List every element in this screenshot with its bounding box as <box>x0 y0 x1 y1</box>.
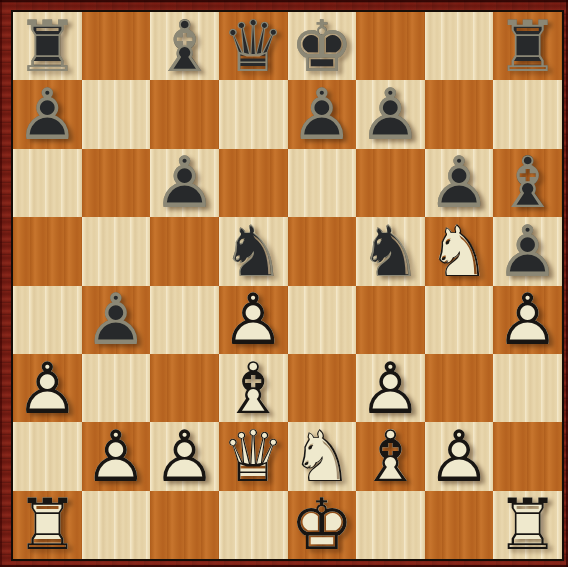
square-f6[interactable] <box>356 149 425 217</box>
piece-white-bishop[interactable]: ♝♗ <box>219 354 288 422</box>
square-a3[interactable]: ♟♙ <box>13 354 82 422</box>
square-a1[interactable]: ♜♖ <box>13 491 82 559</box>
piece-white-knight[interactable]: ♞♘ <box>425 217 494 285</box>
piece-glyph-outline: ♙ <box>150 149 219 217</box>
piece-black-rook[interactable]: ♜♖ <box>13 12 82 80</box>
piece-white-pawn[interactable]: ♟♙ <box>356 354 425 422</box>
square-e6[interactable] <box>288 149 357 217</box>
square-c8[interactable]: ♝♗ <box>150 12 219 80</box>
piece-glyph-outline: ♙ <box>356 80 425 148</box>
square-a5[interactable] <box>13 217 82 285</box>
piece-black-pawn[interactable]: ♟♙ <box>13 80 82 148</box>
square-h3[interactable] <box>493 354 562 422</box>
square-b1[interactable] <box>82 491 151 559</box>
piece-glyph-outline: ♙ <box>288 80 357 148</box>
square-a7[interactable]: ♟♙ <box>13 80 82 148</box>
square-g5[interactable]: ♞♘ <box>425 217 494 285</box>
piece-glyph-outline: ♖ <box>13 12 82 80</box>
piece-glyph-outline: ♙ <box>219 286 288 354</box>
piece-glyph-outline: ♙ <box>82 422 151 490</box>
square-c7[interactable] <box>150 80 219 148</box>
square-h8[interactable]: ♜♖ <box>493 12 562 80</box>
piece-black-pawn[interactable]: ♟♙ <box>356 80 425 148</box>
square-e5[interactable] <box>288 217 357 285</box>
piece-glyph-outline: ♖ <box>493 491 562 559</box>
piece-glyph-outline: ♖ <box>493 12 562 80</box>
square-f7[interactable]: ♟♙ <box>356 80 425 148</box>
square-d3[interactable]: ♝♗ <box>219 354 288 422</box>
square-f4[interactable] <box>356 286 425 354</box>
square-f2[interactable]: ♝♗ <box>356 422 425 490</box>
piece-glyph-outline: ♔ <box>288 491 357 559</box>
piece-black-pawn[interactable]: ♟♙ <box>425 149 494 217</box>
square-h2[interactable] <box>493 422 562 490</box>
square-a2[interactable] <box>13 422 82 490</box>
piece-black-rook[interactable]: ♜♖ <box>493 12 562 80</box>
square-d4[interactable]: ♟♙ <box>219 286 288 354</box>
piece-glyph-outline: ♙ <box>150 422 219 490</box>
square-a4[interactable] <box>13 286 82 354</box>
square-e2[interactable]: ♞♘ <box>288 422 357 490</box>
piece-glyph-outline: ♙ <box>493 286 562 354</box>
square-b7[interactable] <box>82 80 151 148</box>
piece-glyph-outline: ♙ <box>356 354 425 422</box>
piece-glyph-outline: ♕ <box>219 12 288 80</box>
square-f1[interactable] <box>356 491 425 559</box>
piece-black-knight[interactable]: ♞♘ <box>356 217 425 285</box>
piece-black-bishop[interactable]: ♝♗ <box>493 149 562 217</box>
square-d7[interactable] <box>219 80 288 148</box>
piece-black-knight[interactable]: ♞♘ <box>219 217 288 285</box>
square-f5[interactable]: ♞♘ <box>356 217 425 285</box>
square-b2[interactable]: ♟♙ <box>82 422 151 490</box>
piece-black-bishop[interactable]: ♝♗ <box>150 12 219 80</box>
square-b8[interactable] <box>82 12 151 80</box>
square-c4[interactable] <box>150 286 219 354</box>
square-h6[interactable]: ♝♗ <box>493 149 562 217</box>
piece-white-pawn[interactable]: ♟♙ <box>82 422 151 490</box>
square-f3[interactable]: ♟♙ <box>356 354 425 422</box>
piece-white-rook[interactable]: ♜♖ <box>13 491 82 559</box>
piece-white-queen[interactable]: ♛♕ <box>219 422 288 490</box>
square-e3[interactable] <box>288 354 357 422</box>
piece-white-pawn[interactable]: ♟♙ <box>219 286 288 354</box>
square-c6[interactable]: ♟♙ <box>150 149 219 217</box>
square-e4[interactable] <box>288 286 357 354</box>
square-e8[interactable]: ♚♔ <box>288 12 357 80</box>
square-h1[interactable]: ♜♖ <box>493 491 562 559</box>
square-b3[interactable] <box>82 354 151 422</box>
piece-glyph-outline: ♙ <box>82 286 151 354</box>
piece-black-pawn[interactable]: ♟♙ <box>82 286 151 354</box>
square-d2[interactable]: ♛♕ <box>219 422 288 490</box>
square-c3[interactable] <box>150 354 219 422</box>
square-g7[interactable] <box>425 80 494 148</box>
square-g1[interactable] <box>425 491 494 559</box>
piece-glyph-outline: ♘ <box>356 217 425 285</box>
piece-glyph-outline: ♘ <box>288 422 357 490</box>
piece-black-pawn[interactable]: ♟♙ <box>150 149 219 217</box>
square-e1[interactable]: ♚♔ <box>288 491 357 559</box>
piece-glyph-outline: ♗ <box>150 12 219 80</box>
square-g3[interactable] <box>425 354 494 422</box>
square-g6[interactable]: ♟♙ <box>425 149 494 217</box>
piece-black-queen[interactable]: ♛♕ <box>219 12 288 80</box>
piece-white-king[interactable]: ♚♔ <box>288 491 357 559</box>
piece-white-pawn[interactable]: ♟♙ <box>425 422 494 490</box>
piece-glyph-outline: ♖ <box>13 491 82 559</box>
square-a6[interactable] <box>13 149 82 217</box>
piece-glyph-outline: ♔ <box>288 12 357 80</box>
square-e7[interactable]: ♟♙ <box>288 80 357 148</box>
piece-glyph-outline: ♘ <box>219 217 288 285</box>
piece-glyph-outline: ♘ <box>425 217 494 285</box>
square-d5[interactable]: ♞♘ <box>219 217 288 285</box>
piece-white-pawn[interactable]: ♟♙ <box>150 422 219 490</box>
piece-glyph-outline: ♙ <box>425 422 494 490</box>
piece-glyph-outline: ♗ <box>356 422 425 490</box>
square-h7[interactable] <box>493 80 562 148</box>
board-frame: ♜♖♝♗♛♕♚♔♜♖♟♙♟♙♟♙♟♙♟♙♝♗♞♘♞♘♞♘♟♙♟♙♟♙♟♙♟♙♝♗… <box>0 0 568 567</box>
square-a8[interactable]: ♜♖ <box>13 12 82 80</box>
piece-glyph-outline: ♗ <box>493 149 562 217</box>
square-g2[interactable]: ♟♙ <box>425 422 494 490</box>
piece-glyph-outline: ♕ <box>219 422 288 490</box>
square-c2[interactable]: ♟♙ <box>150 422 219 490</box>
piece-glyph-outline: ♙ <box>493 217 562 285</box>
square-b6[interactable] <box>82 149 151 217</box>
square-d1[interactable] <box>219 491 288 559</box>
piece-glyph-outline: ♙ <box>425 149 494 217</box>
square-g4[interactable] <box>425 286 494 354</box>
square-c5[interactable] <box>150 217 219 285</box>
piece-black-king[interactable]: ♚♔ <box>288 12 357 80</box>
piece-white-bishop[interactable]: ♝♗ <box>356 422 425 490</box>
piece-glyph-outline: ♗ <box>219 354 288 422</box>
square-b5[interactable] <box>82 217 151 285</box>
square-g8[interactable] <box>425 12 494 80</box>
square-d8[interactable]: ♛♕ <box>219 12 288 80</box>
square-f8[interactable] <box>356 12 425 80</box>
piece-white-knight[interactable]: ♞♘ <box>288 422 357 490</box>
square-b4[interactable]: ♟♙ <box>82 286 151 354</box>
square-h5[interactable]: ♟♙ <box>493 217 562 285</box>
piece-glyph-outline: ♙ <box>13 80 82 148</box>
piece-glyph-outline: ♙ <box>13 354 82 422</box>
square-h4[interactable]: ♟♙ <box>493 286 562 354</box>
piece-white-pawn[interactable]: ♟♙ <box>493 286 562 354</box>
square-d6[interactable] <box>219 149 288 217</box>
square-c1[interactable] <box>150 491 219 559</box>
piece-white-pawn[interactable]: ♟♙ <box>13 354 82 422</box>
chess-board: ♜♖♝♗♛♕♚♔♜♖♟♙♟♙♟♙♟♙♟♙♝♗♞♘♞♘♞♘♟♙♟♙♟♙♟♙♟♙♝♗… <box>11 10 564 561</box>
piece-black-pawn[interactable]: ♟♙ <box>493 217 562 285</box>
piece-black-pawn[interactable]: ♟♙ <box>288 80 357 148</box>
piece-white-rook[interactable]: ♜♖ <box>493 491 562 559</box>
